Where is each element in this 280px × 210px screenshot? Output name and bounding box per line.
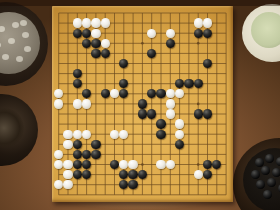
lid-speckle (2, 54, 9, 60)
stone-white (175, 119, 184, 128)
stone-black (184, 79, 193, 88)
stone-white (73, 130, 82, 139)
stone-black (101, 49, 110, 58)
stone-white (63, 130, 72, 139)
bowl-black-stone (256, 180, 265, 189)
stone-black (91, 150, 100, 159)
stone-white (63, 160, 72, 169)
stone-black (128, 180, 137, 189)
stone-black (147, 109, 156, 118)
stone-white (110, 130, 119, 139)
hoshi-point (141, 42, 144, 45)
stone-white (166, 109, 175, 118)
stone-black (203, 109, 212, 118)
photo-scene (0, 0, 280, 210)
stone-black (91, 49, 100, 58)
lid-speckle (0, 42, 1, 48)
bowl-black-stone (263, 190, 272, 199)
stone-black (73, 29, 82, 38)
stone-black (194, 29, 203, 38)
go-board (52, 6, 233, 202)
top-shadow (0, 0, 280, 6)
hoshi-point (197, 42, 200, 45)
bowl-black-stone (278, 184, 280, 193)
stone-black (156, 119, 165, 128)
lid-speckle (24, 46, 31, 52)
stone-black (91, 140, 100, 149)
lid-speckle (16, 56, 23, 62)
stone-white (91, 18, 100, 27)
bowl-lid-sheen (0, 108, 24, 148)
stone-white (166, 29, 175, 38)
stone-black (73, 140, 82, 149)
bowl-cavity (243, 148, 280, 210)
lid-speckle (20, 20, 27, 26)
stone-black (194, 109, 203, 118)
stone-black (138, 109, 147, 118)
stone-white (63, 170, 72, 179)
bowl-black-stone (272, 168, 280, 177)
bowl-black-stone (261, 166, 270, 175)
stone-white (63, 140, 72, 149)
stone-white (194, 18, 203, 27)
lid-speckle (22, 32, 29, 38)
stone-white (166, 160, 175, 169)
stone-black (203, 29, 212, 38)
stone-white (63, 180, 72, 189)
stone-white (73, 18, 82, 27)
stone-black (138, 99, 147, 108)
hoshi-point (197, 103, 200, 106)
stone-white (156, 160, 165, 169)
bowl-lid (0, 12, 40, 74)
cup-interior (251, 12, 280, 48)
stone-white (101, 39, 110, 48)
stone-black (91, 39, 100, 48)
stone-white (175, 130, 184, 139)
hoshi-point (197, 163, 200, 166)
stone-white (203, 18, 212, 27)
stone-white (73, 99, 82, 108)
stone-black (73, 150, 82, 159)
lid-speckle (0, 26, 5, 32)
lid-speckle (12, 22, 19, 28)
stone-white (91, 29, 100, 38)
stone-black (128, 170, 137, 179)
bowl-black-stone (276, 157, 280, 166)
stone-white (128, 160, 137, 169)
stone-white (194, 170, 203, 179)
stone-black (156, 130, 165, 139)
stone-black (166, 39, 175, 48)
stone-white (101, 18, 110, 27)
bowl-black-stone (265, 154, 274, 163)
lid-speckle (8, 38, 15, 44)
stone-black (73, 160, 82, 169)
stone-white (82, 18, 91, 27)
bowl-black-stone (267, 178, 276, 187)
stone-black (82, 29, 91, 38)
bowl-black-stone (251, 170, 260, 179)
stone-white (166, 99, 175, 108)
hoshi-point (141, 163, 144, 166)
stone-white (82, 130, 91, 139)
stone-white (54, 99, 63, 108)
stone-white (82, 99, 91, 108)
